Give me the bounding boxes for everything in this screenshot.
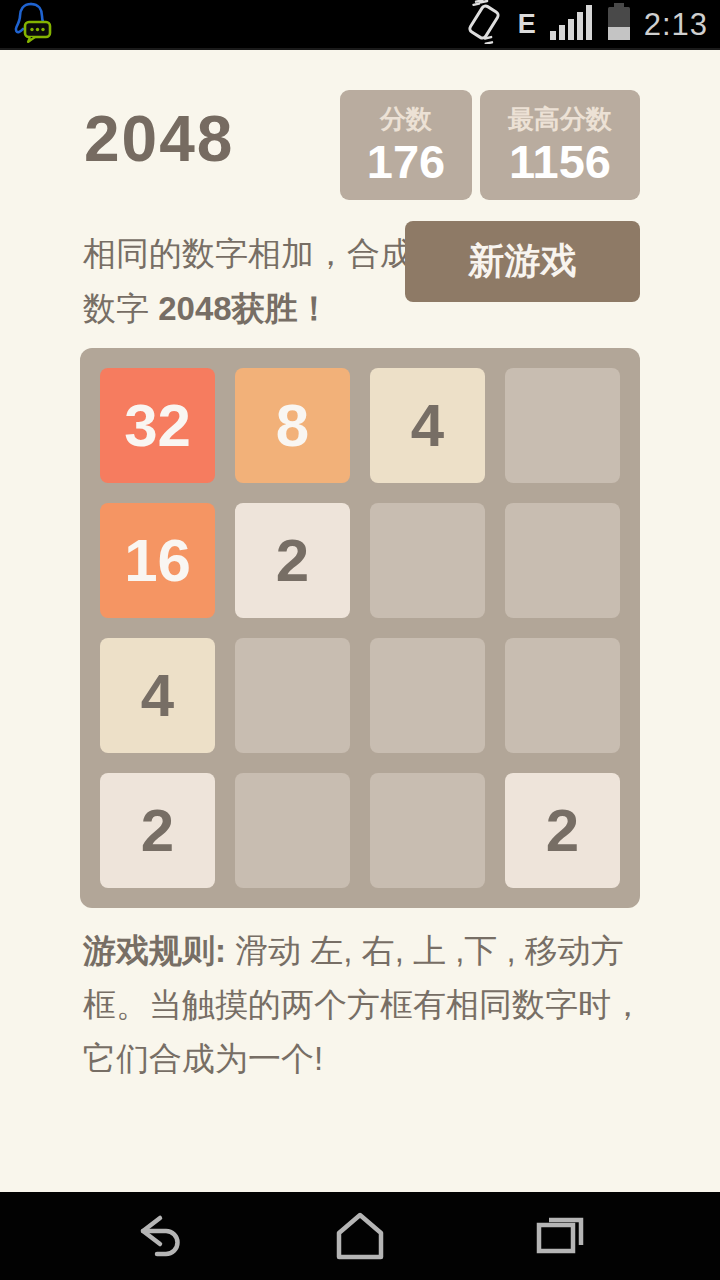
empty-cell — [505, 638, 620, 753]
status-clock: 2:13 — [644, 9, 708, 40]
tile-32: 32 — [100, 368, 215, 483]
board[interactable]: 3284162422 — [80, 348, 640, 908]
empty-cell — [370, 773, 485, 888]
score-panel: 分数 176 最高分数 1156 — [340, 90, 640, 200]
score-box: 分数 176 — [340, 90, 472, 200]
tile-4: 4 — [370, 368, 485, 483]
status-bar: E 2:13 — [0, 0, 720, 50]
vibrate-icon — [462, 0, 506, 48]
signal-strength-icon — [548, 3, 594, 45]
best-score-box: 最高分数 1156 — [480, 90, 640, 200]
qq-message-icon — [8, 0, 54, 49]
new-game-button[interactable]: 新游戏 — [405, 221, 640, 302]
tile-8: 8 — [235, 368, 350, 483]
tile-4: 4 — [100, 638, 215, 753]
tile-16: 16 — [100, 503, 215, 618]
intro-line-2: 数字 2048获胜！ — [83, 281, 413, 336]
back-icon[interactable] — [132, 1208, 188, 1264]
rules-text: 游戏规则: 滑动 左, 右, 上 ,下 , 移动方框。当触摸的两个方框有相同数字… — [83, 924, 651, 1086]
home-icon[interactable] — [332, 1208, 388, 1264]
empty-cell — [505, 503, 620, 618]
tile-2: 2 — [235, 503, 350, 618]
empty-cell — [235, 773, 350, 888]
empty-cell — [370, 638, 485, 753]
empty-cell — [370, 503, 485, 618]
best-score-value: 1156 — [509, 135, 611, 189]
battery-icon — [606, 2, 632, 46]
android-nav-bar — [0, 1192, 720, 1280]
network-type-label: E — [518, 11, 536, 38]
intro-text: 相同的数字相加，合成 数字 2048获胜！ — [83, 226, 413, 336]
best-score-label: 最高分数 — [508, 103, 612, 135]
rules-label: 游戏规则: — [83, 932, 226, 969]
score-label: 分数 — [380, 103, 432, 135]
empty-cell — [235, 638, 350, 753]
intro-line-1: 相同的数字相加，合成 — [83, 226, 413, 281]
page-title: 2048 — [84, 102, 234, 176]
recents-icon[interactable] — [532, 1208, 588, 1264]
tile-2: 2 — [100, 773, 215, 888]
score-value: 176 — [367, 135, 445, 189]
empty-cell — [505, 368, 620, 483]
tile-2: 2 — [505, 773, 620, 888]
